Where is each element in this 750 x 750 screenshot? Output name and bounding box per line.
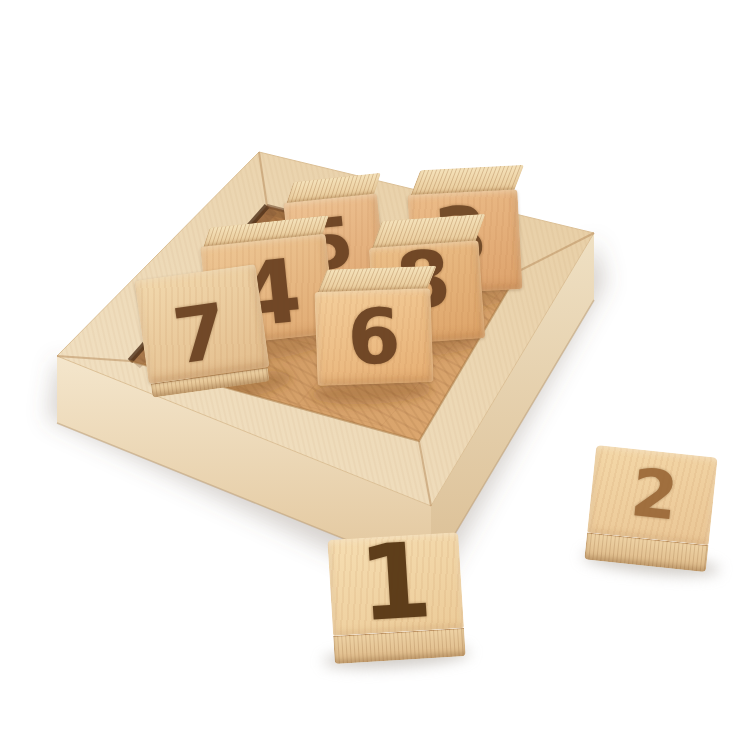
tile-6[interactable]: 6	[314, 288, 433, 386]
tile-1-number: 1	[356, 528, 435, 636]
tile-7[interactable]: 7	[134, 264, 271, 398]
tile-6-face: 6	[314, 288, 433, 386]
tile-2[interactable]: 2	[584, 445, 717, 572]
puzzle-scene: 53487612	[0, 0, 750, 750]
tile-7-face: 7	[134, 264, 269, 384]
tile-2-face: 2	[587, 445, 718, 545]
tile-7-number: 7	[169, 293, 232, 376]
tile-2-number: 2	[628, 460, 681, 530]
tile-1[interactable]: 1	[327, 532, 465, 664]
tile-1-face: 1	[327, 532, 464, 636]
tile-6-number: 6	[346, 298, 402, 376]
